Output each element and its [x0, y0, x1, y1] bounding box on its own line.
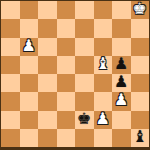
square-g2[interactable] — [112, 111, 131, 129]
square-h8[interactable]: ♚ — [131, 1, 150, 19]
square-e8[interactable] — [75, 1, 94, 19]
square-a3[interactable] — [1, 92, 20, 110]
square-d8[interactable] — [57, 1, 76, 19]
square-h5[interactable] — [131, 56, 150, 74]
square-a2[interactable] — [1, 111, 20, 129]
square-h1[interactable]: ♝ — [131, 129, 150, 147]
piece-black-pawn[interactable]: ♟ — [114, 74, 128, 90]
square-d3[interactable] — [57, 92, 76, 110]
square-h2[interactable] — [131, 111, 150, 129]
square-d7[interactable] — [57, 19, 76, 37]
square-d1[interactable] — [57, 129, 76, 147]
chess-board: ♚♟♝♟♟♟♚♟♝ — [0, 0, 150, 150]
square-c8[interactable] — [38, 1, 57, 19]
chess-diagram: ♚♟♝♟♟♟♚♟♝ — [0, 0, 150, 150]
square-g5[interactable]: ♟ — [112, 56, 131, 74]
square-a7[interactable] — [1, 19, 20, 37]
square-g8[interactable] — [112, 1, 131, 19]
square-c6[interactable] — [38, 38, 57, 56]
square-h7[interactable] — [131, 19, 150, 37]
square-d2[interactable] — [57, 111, 76, 129]
square-e5[interactable] — [75, 56, 94, 74]
square-f6[interactable] — [94, 38, 113, 56]
piece-black-pawn[interactable]: ♟ — [114, 56, 128, 72]
square-f2[interactable]: ♟ — [94, 111, 113, 129]
square-b3[interactable] — [20, 92, 39, 110]
square-a1[interactable] — [1, 129, 20, 147]
square-f5[interactable]: ♝ — [94, 56, 113, 74]
square-g4[interactable]: ♟ — [112, 74, 131, 92]
square-e2[interactable]: ♚ — [75, 111, 94, 129]
square-a4[interactable] — [1, 74, 20, 92]
square-e4[interactable] — [75, 74, 94, 92]
square-b8[interactable] — [20, 1, 39, 19]
square-f3[interactable] — [94, 92, 113, 110]
square-f4[interactable] — [94, 74, 113, 92]
square-g6[interactable] — [112, 38, 131, 56]
square-d5[interactable] — [57, 56, 76, 74]
square-f1[interactable] — [94, 129, 113, 147]
square-b1[interactable] — [20, 129, 39, 147]
square-b4[interactable] — [20, 74, 39, 92]
square-e1[interactable] — [75, 129, 94, 147]
square-c5[interactable] — [38, 56, 57, 74]
square-d4[interactable] — [57, 74, 76, 92]
piece-white-pawn[interactable]: ♟ — [114, 92, 128, 108]
square-c1[interactable] — [38, 129, 57, 147]
square-g3[interactable]: ♟ — [112, 92, 131, 110]
square-b7[interactable] — [20, 19, 39, 37]
square-h6[interactable] — [131, 38, 150, 56]
piece-white-bishop[interactable]: ♝ — [96, 56, 110, 72]
square-a5[interactable] — [1, 56, 20, 74]
piece-black-bishop[interactable]: ♝ — [133, 129, 147, 145]
square-a6[interactable] — [1, 38, 20, 56]
square-g7[interactable] — [112, 19, 131, 37]
square-e6[interactable] — [75, 38, 94, 56]
square-c7[interactable] — [38, 19, 57, 37]
piece-white-pawn[interactable]: ♟ — [96, 111, 110, 127]
square-a8[interactable] — [1, 1, 20, 19]
square-f7[interactable] — [94, 19, 113, 37]
square-e7[interactable] — [75, 19, 94, 37]
square-h4[interactable] — [131, 74, 150, 92]
square-g1[interactable] — [112, 129, 131, 147]
piece-black-king[interactable]: ♚ — [77, 111, 91, 127]
square-b6[interactable]: ♟ — [20, 38, 39, 56]
square-f8[interactable] — [94, 1, 113, 19]
square-e3[interactable] — [75, 92, 94, 110]
square-h3[interactable] — [131, 92, 150, 110]
square-c2[interactable] — [38, 111, 57, 129]
piece-white-pawn[interactable]: ♟ — [22, 38, 36, 54]
square-b5[interactable] — [20, 56, 39, 74]
square-b2[interactable] — [20, 111, 39, 129]
piece-white-king[interactable]: ♚ — [133, 1, 147, 17]
square-c4[interactable] — [38, 74, 57, 92]
square-c3[interactable] — [38, 92, 57, 110]
square-d6[interactable] — [57, 38, 76, 56]
